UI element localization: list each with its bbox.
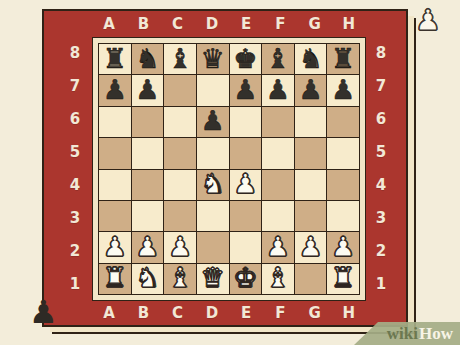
- file-label-bottom-g: G: [308, 306, 320, 321]
- rank-label-right-1: 1: [376, 277, 386, 292]
- square-c6: [164, 107, 196, 137]
- piece-white-pawn: ♟: [266, 233, 290, 260]
- square-g6: [295, 107, 327, 137]
- square-c5: [164, 138, 196, 168]
- file-label-bottom-a: A: [103, 306, 115, 321]
- piece-white-pawn: ♟: [168, 233, 192, 260]
- squares: ♜♞♝♛♚♝♞♜♟♟♟♟♟♟♟♞♟♟♟♟♟♟♟♜♞♝♛♚♝♜: [98, 43, 360, 295]
- piece-black-pawn: ♟: [266, 76, 290, 103]
- square-h6: [327, 107, 359, 137]
- piece-white-rook: ♜: [103, 264, 127, 291]
- rank-label-left-8: 8: [70, 46, 80, 61]
- piece-white-rook: ♜: [331, 264, 355, 291]
- rank-label-left-1: 1: [70, 277, 80, 292]
- square-h5: [327, 138, 359, 168]
- piece-black-bishop: ♝: [168, 45, 192, 72]
- square-a1: ♜: [99, 264, 131, 294]
- square-g2: ♟: [295, 232, 327, 262]
- file-label-top-e: E: [241, 17, 251, 32]
- piece-black-rook: ♜: [103, 45, 127, 72]
- file-label-top-d: D: [206, 17, 218, 32]
- rank-label-right-8: 8: [376, 46, 386, 61]
- square-b6: [132, 107, 164, 137]
- board-bevel: ♜♞♝♛♚♝♞♜♟♟♟♟♟♟♟♞♟♟♟♟♟♟♟♜♞♝♛♚♝♜: [92, 37, 366, 301]
- square-e5: [230, 138, 262, 168]
- square-c3: [164, 201, 196, 231]
- square-d6: ♟: [197, 107, 229, 137]
- file-label-top-h: H: [343, 17, 356, 32]
- square-h8: ♜: [327, 44, 359, 74]
- piece-black-king: ♚: [233, 45, 257, 72]
- piece-white-pawn: ♟: [298, 233, 322, 260]
- rank-label-right-4: 4: [376, 178, 386, 193]
- square-c2: ♟: [164, 232, 196, 262]
- rank-label-left-7: 7: [70, 79, 80, 94]
- file-label-top-a: A: [103, 17, 115, 32]
- file-label-bottom-c: C: [172, 306, 183, 321]
- files-top: ABCDEFGH: [92, 11, 366, 37]
- square-b2: ♟: [132, 232, 164, 262]
- files-bottom: ABCDEFGH: [92, 301, 366, 325]
- piece-white-bishop: ♝: [168, 264, 192, 291]
- square-c8: ♝: [164, 44, 196, 74]
- piece-white-bishop: ♝: [266, 264, 290, 291]
- square-f8: ♝: [262, 44, 294, 74]
- file-label-bottom-b: B: [138, 306, 149, 321]
- square-d2: [197, 232, 229, 262]
- square-h7: ♟: [327, 75, 359, 105]
- piece-black-queen: ♛: [201, 45, 225, 72]
- square-g3: [295, 201, 327, 231]
- square-g4: [295, 170, 327, 200]
- board-frame: ABCDEFGH 87654321 ♜♞♝♛♚♝♞♜♟♟♟♟♟♟♟♞♟♟♟♟♟♟…: [42, 9, 408, 327]
- square-b8: ♞: [132, 44, 164, 74]
- piece-black-pawn: ♟: [201, 107, 225, 134]
- rank-label-right-6: 6: [376, 112, 386, 127]
- square-d1: ♛: [197, 264, 229, 294]
- square-a7: ♟: [99, 75, 131, 105]
- square-e8: ♚: [230, 44, 262, 74]
- square-h3: [327, 201, 359, 231]
- square-e6: [230, 107, 262, 137]
- piece-white-pawn: ♟: [135, 233, 159, 260]
- square-f1: ♝: [262, 264, 294, 294]
- piece-black-pawn: ♟: [103, 76, 127, 103]
- rank-label-right-5: 5: [376, 145, 386, 160]
- square-g1: [295, 264, 327, 294]
- square-c7: [164, 75, 196, 105]
- piece-white-pawn: ♟: [331, 233, 355, 260]
- file-label-bottom-e: E: [241, 306, 251, 321]
- square-b1: ♞: [132, 264, 164, 294]
- square-d5: [197, 138, 229, 168]
- rank-label-left-6: 6: [70, 112, 80, 127]
- square-e4: ♟: [230, 170, 262, 200]
- rank-label-right-2: 2: [376, 244, 386, 259]
- piece-black-pawn: ♟: [233, 76, 257, 103]
- piece-black-bishop: ♝: [266, 45, 290, 72]
- piece-white-queen: ♛: [201, 264, 225, 291]
- file-label-top-f: F: [275, 17, 285, 32]
- chess-illustration: ABCDEFGH 87654321 ♜♞♝♛♚♝♞♜♟♟♟♟♟♟♟♞♟♟♟♟♟♟…: [0, 0, 460, 345]
- square-g8: ♞: [295, 44, 327, 74]
- square-e2: [230, 232, 262, 262]
- square-a4: [99, 170, 131, 200]
- square-g7: ♟: [295, 75, 327, 105]
- square-a5: [99, 138, 131, 168]
- rank-label-right-7: 7: [376, 79, 386, 94]
- rank-label-left-3: 3: [70, 211, 80, 226]
- square-g5: [295, 138, 327, 168]
- wikihow-wiki-text: wiki: [387, 324, 418, 344]
- square-d3: [197, 201, 229, 231]
- file-label-top-b: B: [138, 17, 149, 32]
- square-h2: ♟: [327, 232, 359, 262]
- square-c1: ♝: [164, 264, 196, 294]
- square-f5: [262, 138, 294, 168]
- square-h4: [327, 170, 359, 200]
- square-d4: ♞: [197, 170, 229, 200]
- piece-black-pawn: ♟: [298, 76, 322, 103]
- piece-white-pawn: ♟: [103, 233, 127, 260]
- wikihow-how-text: How: [419, 324, 453, 344]
- piece-black-knight: ♞: [135, 45, 159, 72]
- file-label-top-c: C: [172, 17, 183, 32]
- square-f6: [262, 107, 294, 137]
- file-label-top-g: G: [308, 17, 320, 32]
- ranks-left: 87654321: [44, 37, 92, 301]
- square-b3: [132, 201, 164, 231]
- piece-white-knight: ♞: [135, 264, 159, 291]
- piece-black-pawn: ♟: [331, 76, 355, 103]
- piece-white-king: ♚: [233, 264, 257, 291]
- piece-black-pawn: ♟: [135, 76, 159, 103]
- decorative-white-pawn-icon: ♟: [415, 6, 441, 35]
- piece-white-pawn: ♟: [233, 170, 257, 197]
- square-a6: [99, 107, 131, 137]
- square-e7: ♟: [230, 75, 262, 105]
- square-f4: [262, 170, 294, 200]
- file-label-bottom-h: H: [343, 306, 356, 321]
- piece-black-rook: ♜: [331, 45, 355, 72]
- square-a8: ♜: [99, 44, 131, 74]
- rank-label-left-2: 2: [70, 244, 80, 259]
- rank-label-left-5: 5: [70, 145, 80, 160]
- square-d7: [197, 75, 229, 105]
- file-label-bottom-d: D: [206, 306, 218, 321]
- square-f3: [262, 201, 294, 231]
- square-e3: [230, 201, 262, 231]
- square-e1: ♚: [230, 264, 262, 294]
- square-a3: [99, 201, 131, 231]
- square-f7: ♟: [262, 75, 294, 105]
- square-b7: ♟: [132, 75, 164, 105]
- rank-label-left-4: 4: [70, 178, 80, 193]
- file-label-bottom-f: F: [275, 306, 285, 321]
- square-h1: ♜: [327, 264, 359, 294]
- decorative-black-pawn-icon: ♟: [29, 296, 58, 328]
- ranks-right: 87654321: [366, 37, 406, 301]
- square-f2: ♟: [262, 232, 294, 262]
- rank-label-right-3: 3: [376, 211, 386, 226]
- square-a2: ♟: [99, 232, 131, 262]
- piece-white-knight: ♞: [201, 170, 225, 197]
- piece-black-knight: ♞: [298, 45, 322, 72]
- square-d8: ♛: [197, 44, 229, 74]
- square-b4: [132, 170, 164, 200]
- square-b5: [132, 138, 164, 168]
- square-c4: [164, 170, 196, 200]
